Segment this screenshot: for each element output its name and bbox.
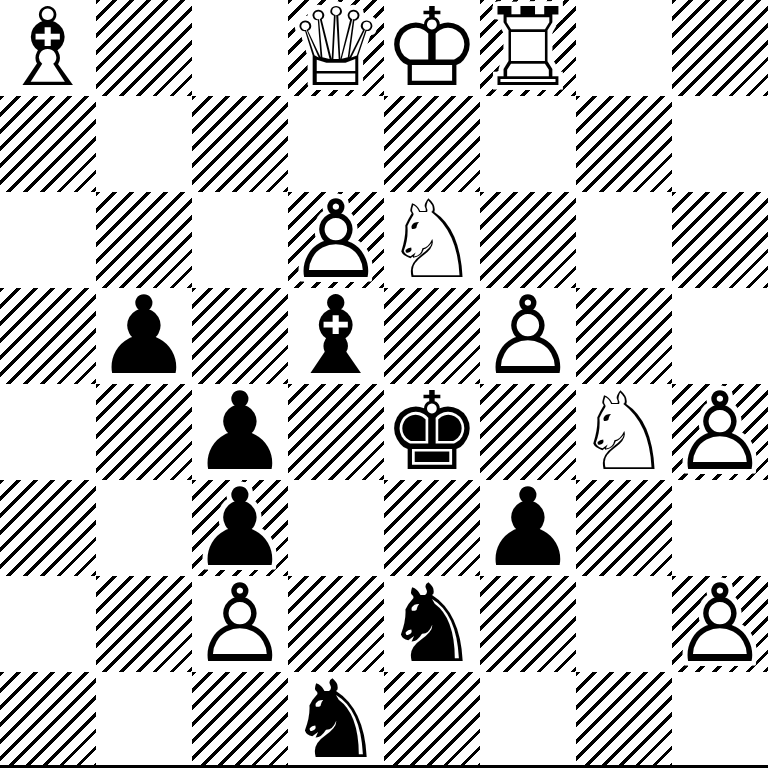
black-knight-on-d1[interactable]: ♞♞	[288, 672, 384, 768]
black-pawn-halo: ♟	[192, 384, 288, 480]
white-knight-on-e6[interactable]: ♞♘	[384, 192, 480, 288]
square-c6[interactable]	[192, 192, 288, 288]
square-f4[interactable]	[480, 384, 576, 480]
black-bishop-halo: ♝	[288, 288, 384, 384]
white-knight-halo: ♞	[576, 384, 672, 480]
black-pawn-icon: ♟	[192, 480, 288, 576]
square-b1[interactable]	[96, 672, 192, 768]
square-e4[interactable]: ♚♚	[384, 384, 480, 480]
square-c5[interactable]	[192, 288, 288, 384]
square-a1[interactable]	[0, 672, 96, 768]
square-f8[interactable]: ♜♖	[480, 0, 576, 96]
square-h2[interactable]: ♟♙	[672, 576, 768, 672]
black-king-halo: ♚	[384, 384, 480, 480]
white-pawn-halo: ♟	[192, 576, 288, 672]
square-e3[interactable]	[384, 480, 480, 576]
square-f2[interactable]	[480, 576, 576, 672]
square-a5[interactable]	[0, 288, 96, 384]
white-pawn-halo: ♟	[288, 192, 384, 288]
square-a6[interactable]	[0, 192, 96, 288]
square-d7[interactable]	[288, 96, 384, 192]
white-pawn-icon: ♙	[672, 576, 768, 672]
white-queen-on-d8[interactable]: ♛♕	[288, 0, 384, 96]
white-pawn-halo: ♟	[672, 384, 768, 480]
square-g8[interactable]	[576, 0, 672, 96]
square-b4[interactable]	[96, 384, 192, 480]
square-b5[interactable]: ♟♟	[96, 288, 192, 384]
black-pawn-on-c3[interactable]: ♟♟	[192, 480, 288, 576]
white-king-icon: ♔	[384, 0, 480, 96]
square-d5[interactable]: ♝♝	[288, 288, 384, 384]
square-c8[interactable]	[192, 0, 288, 96]
square-b6[interactable]	[96, 192, 192, 288]
square-h7[interactable]	[672, 96, 768, 192]
square-h8[interactable]	[672, 0, 768, 96]
square-g6[interactable]	[576, 192, 672, 288]
white-pawn-halo: ♟	[480, 288, 576, 384]
square-d8[interactable]: ♛♕	[288, 0, 384, 96]
square-b2[interactable]	[96, 576, 192, 672]
square-f7[interactable]	[480, 96, 576, 192]
square-b7[interactable]	[96, 96, 192, 192]
square-g3[interactable]	[576, 480, 672, 576]
black-pawn-halo: ♟	[192, 480, 288, 576]
white-pawn-icon: ♙	[192, 576, 288, 672]
square-h4[interactable]: ♟♙	[672, 384, 768, 480]
square-h6[interactable]	[672, 192, 768, 288]
black-bishop-icon: ♝	[288, 288, 384, 384]
square-c7[interactable]	[192, 96, 288, 192]
black-bishop-on-d5[interactable]: ♝♝	[288, 288, 384, 384]
white-king-halo: ♚	[384, 0, 480, 96]
white-pawn-on-f5[interactable]: ♟♙	[480, 288, 576, 384]
square-b3[interactable]	[96, 480, 192, 576]
black-knight-halo: ♞	[384, 576, 480, 672]
square-f5[interactable]: ♟♙	[480, 288, 576, 384]
black-knight-icon: ♞	[288, 672, 384, 768]
square-e2[interactable]: ♞♞	[384, 576, 480, 672]
white-pawn-on-d6[interactable]: ♟♙	[288, 192, 384, 288]
black-pawn-halo: ♟	[480, 480, 576, 576]
white-rook-halo: ♜	[480, 0, 576, 96]
square-g4[interactable]: ♞♘	[576, 384, 672, 480]
square-e8[interactable]: ♚♔	[384, 0, 480, 96]
white-pawn-halo: ♟	[672, 576, 768, 672]
white-pawn-on-h4[interactable]: ♟♙	[672, 384, 768, 480]
white-knight-on-g4[interactable]: ♞♘	[576, 384, 672, 480]
black-king-on-e4[interactable]: ♚♚	[384, 384, 480, 480]
square-g5[interactable]	[576, 288, 672, 384]
square-b8[interactable]	[96, 0, 192, 96]
square-h5[interactable]	[672, 288, 768, 384]
square-d4[interactable]	[288, 384, 384, 480]
square-a3[interactable]	[0, 480, 96, 576]
white-bishop-on-a8[interactable]: ♝♗	[0, 0, 96, 96]
square-f3[interactable]: ♟♟	[480, 480, 576, 576]
square-c4[interactable]: ♟♟	[192, 384, 288, 480]
black-pawn-icon: ♟	[96, 288, 192, 384]
black-knight-on-e2[interactable]: ♞♞	[384, 576, 480, 672]
square-h1[interactable]	[672, 672, 768, 768]
square-g1[interactable]	[576, 672, 672, 768]
square-d3[interactable]	[288, 480, 384, 576]
white-pawn-icon: ♙	[672, 384, 768, 480]
square-e1[interactable]	[384, 672, 480, 768]
black-pawn-halo: ♟	[96, 288, 192, 384]
black-knight-halo: ♞	[288, 672, 384, 768]
white-rook-on-f8[interactable]: ♜♖	[480, 0, 576, 96]
black-knight-icon: ♞	[384, 576, 480, 672]
white-rook-icon: ♖	[480, 0, 576, 96]
white-pawn-icon: ♙	[480, 288, 576, 384]
square-d1[interactable]: ♞♞	[288, 672, 384, 768]
square-e7[interactable]	[384, 96, 480, 192]
chess-board-wrapper: ♝♗♛♕♚♔♜♖♟♙♞♘♟♟♝♝♟♙♟♟♚♚♞♘♟♙♟♟♟♟♟♙♞♞♟♙♞♞	[0, 0, 768, 768]
black-pawn-icon: ♟	[480, 480, 576, 576]
square-a7[interactable]	[0, 96, 96, 192]
white-queen-halo: ♛	[288, 0, 384, 96]
square-f1[interactable]	[480, 672, 576, 768]
square-e6[interactable]: ♞♘	[384, 192, 480, 288]
black-pawn-on-f3[interactable]: ♟♟	[480, 480, 576, 576]
white-knight-icon: ♘	[576, 384, 672, 480]
black-king-icon: ♚	[384, 384, 480, 480]
square-a2[interactable]	[0, 576, 96, 672]
square-d2[interactable]	[288, 576, 384, 672]
white-bishop-halo: ♝	[0, 0, 96, 96]
square-a4[interactable]	[0, 384, 96, 480]
white-queen-icon: ♕	[288, 0, 384, 96]
white-knight-icon: ♘	[384, 192, 480, 288]
white-bishop-icon: ♗	[0, 0, 96, 96]
square-g7[interactable]	[576, 96, 672, 192]
chess-board: ♝♗♛♕♚♔♜♖♟♙♞♘♟♟♝♝♟♙♟♟♚♚♞♘♟♙♟♟♟♟♟♙♞♞♟♙♞♞	[0, 0, 768, 768]
white-pawn-icon: ♙	[288, 192, 384, 288]
square-f6[interactable]	[480, 192, 576, 288]
square-h3[interactable]	[672, 480, 768, 576]
square-c3[interactable]: ♟♟	[192, 480, 288, 576]
black-pawn-on-b5[interactable]: ♟♟	[96, 288, 192, 384]
square-g2[interactable]	[576, 576, 672, 672]
square-d6[interactable]: ♟♙	[288, 192, 384, 288]
black-pawn-icon: ♟	[192, 384, 288, 480]
square-e5[interactable]	[384, 288, 480, 384]
black-pawn-on-c4[interactable]: ♟♟	[192, 384, 288, 480]
square-c2[interactable]: ♟♙	[192, 576, 288, 672]
white-pawn-on-h2[interactable]: ♟♙	[672, 576, 768, 672]
white-king-on-e8[interactable]: ♚♔	[384, 0, 480, 96]
white-knight-halo: ♞	[384, 192, 480, 288]
square-c1[interactable]	[192, 672, 288, 768]
square-a8[interactable]: ♝♗	[0, 0, 96, 96]
white-pawn-on-c2[interactable]: ♟♙	[192, 576, 288, 672]
